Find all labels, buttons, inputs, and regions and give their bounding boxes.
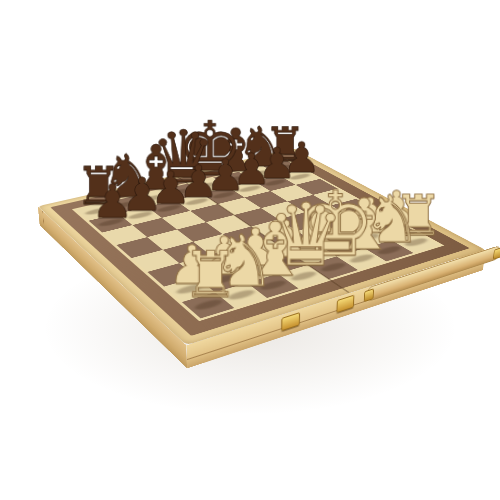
case-split-line bbox=[42, 210, 44, 230]
board-surface: ♜♞♝♛♚♝♞♜♟♟♟♟♟♟♟♟♟♟♟♟♟♟♟♟♜♞♝♛♚♝♞♜ bbox=[38, 149, 485, 346]
latch-icon bbox=[336, 295, 354, 314]
handle-bracket-icon bbox=[364, 288, 374, 302]
scene: ♜♞♝♛♚♝♞♜♟♟♟♟♟♟♟♟♟♟♟♟♟♟♟♟♜♞♝♛♚♝♞♜ bbox=[0, 0, 500, 500]
product-photo: ♜♞♝♛♚♝♞♜♟♟♟♟♟♟♟♟♟♟♟♟♟♟♟♟♜♞♝♛♚♝♞♜ bbox=[0, 0, 500, 500]
chess-case: ♜♞♝♛♚♝♞♜♟♟♟♟♟♟♟♟♟♟♟♟♟♟♟♟♜♞♝♛♚♝♞♜ bbox=[38, 149, 485, 346]
latch-icon bbox=[281, 312, 300, 331]
pawn-glyph: ♟ bbox=[67, 178, 156, 225]
handle-bracket-icon bbox=[493, 247, 500, 260]
rook-glyph: ♜ bbox=[157, 244, 262, 307]
